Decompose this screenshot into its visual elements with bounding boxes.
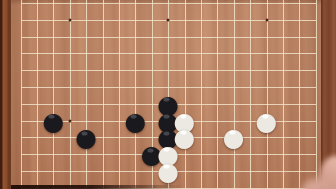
board-side-right (321, 0, 336, 189)
stone-highlight (180, 131, 186, 135)
stone-highlight (164, 148, 170, 152)
stone-highlight (164, 165, 170, 169)
white-stone-K7: ● (159, 162, 178, 181)
stone-highlight (164, 98, 170, 102)
stone-highlight (229, 131, 235, 135)
stone-highlight (262, 114, 268, 118)
stone-highlight (164, 115, 170, 119)
stones-layer: ●●●●●●●●●●●●● (0, 0, 336, 189)
go-board-photo: ●●●●●●●●●●●●● (0, 0, 336, 189)
stone-highlight (147, 148, 153, 152)
white-stone-L9: ● (175, 128, 194, 147)
white-stone-Q10: ● (257, 111, 276, 130)
stone-highlight (164, 131, 170, 135)
stone-highlight (49, 115, 55, 119)
stone-highlight (131, 115, 137, 119)
table-edge-left (0, 0, 11, 189)
white-stone-O9: ● (224, 128, 243, 147)
black-stone-H10: ● (126, 111, 145, 130)
black-stone-C10: ● (44, 111, 63, 130)
stone-highlight (180, 114, 186, 118)
black-stone-E9: ● (77, 128, 96, 147)
stone-highlight (82, 131, 88, 135)
